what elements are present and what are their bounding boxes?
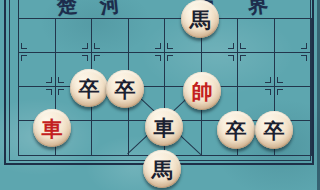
point-marker-corner (155, 55, 161, 61)
piece-glyph: 卒 (79, 78, 100, 99)
point-marker-corner (46, 77, 52, 83)
piece-red-chariot[interactable]: 車 (33, 109, 71, 147)
point-marker-corner (58, 77, 64, 83)
point-marker-corner (240, 43, 246, 49)
piece-glyph: 馬 (152, 159, 173, 180)
piece-glyph: 卒 (115, 79, 136, 100)
point-marker-corner (240, 55, 246, 61)
piece-black-horse[interactable]: 馬 (143, 150, 181, 188)
xiangqi-board[interactable]: 楚河漢界 馬帥卒卒車車卒卒馬 (0, 0, 320, 190)
river-edge-line-left (18, 0, 19, 18)
piece-red-general[interactable]: 帥 (183, 72, 221, 110)
point-marker-corner (301, 55, 307, 61)
piece-black-soldier[interactable]: 卒 (106, 70, 144, 108)
point-marker-corner (58, 89, 64, 95)
point-marker-corner (21, 55, 27, 61)
point-marker-corner (265, 89, 271, 95)
piece-glyph: 卒 (226, 120, 247, 141)
piece-black-soldier[interactable]: 卒 (217, 111, 255, 149)
piece-glyph: 車 (154, 117, 175, 138)
point-marker-corner (265, 77, 271, 83)
point-marker-corner (277, 77, 283, 83)
piece-black-soldier[interactable]: 卒 (255, 111, 293, 149)
river-edge-line-right (310, 0, 311, 18)
point-marker-corner (301, 43, 307, 49)
point-marker-corner (82, 43, 88, 49)
point-marker-corner (94, 43, 100, 49)
point-marker-corner (277, 89, 283, 95)
point-marker-corner (167, 55, 173, 61)
point-marker-corner (155, 43, 161, 49)
point-marker-corner (167, 43, 173, 49)
piece-black-horse[interactable]: 馬 (181, 0, 219, 38)
board-cell[interactable] (92, 121, 129, 155)
piece-glyph: 帥 (192, 81, 213, 102)
piece-black-soldier[interactable]: 卒 (70, 69, 108, 107)
point-marker-corner (21, 43, 27, 49)
point-marker-corner (228, 43, 234, 49)
point-marker-corner (46, 89, 52, 95)
piece-glyph: 卒 (264, 120, 285, 141)
point-marker-corner (82, 55, 88, 61)
point-marker-corner (228, 55, 234, 61)
point-marker-corner (94, 55, 100, 61)
piece-glyph: 馬 (190, 9, 211, 30)
piece-black-chariot[interactable]: 車 (145, 108, 183, 146)
piece-glyph: 車 (42, 118, 63, 139)
